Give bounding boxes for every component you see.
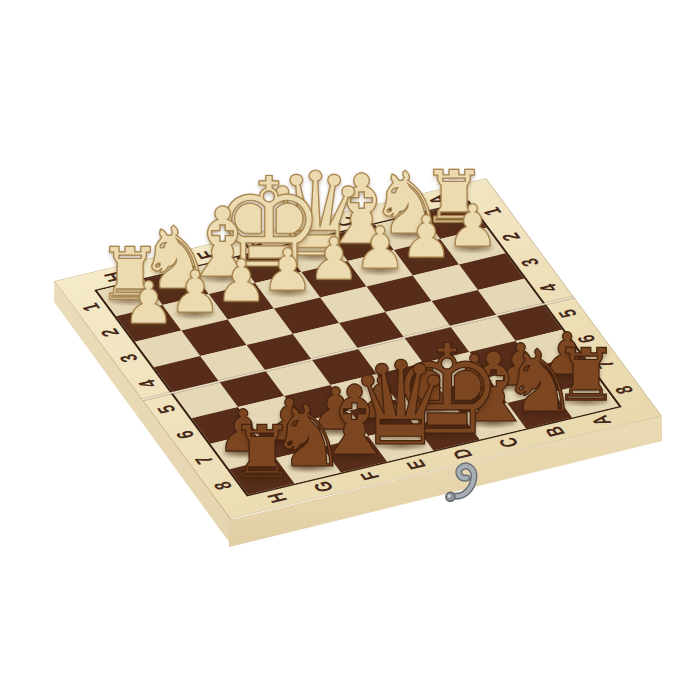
- piece-white-pawn-d2: ♟: [308, 231, 360, 289]
- piece-white-pawn-h2: ♟: [123, 275, 175, 333]
- piece-white-pawn-g2: ♟: [169, 264, 221, 322]
- piece-white-pawn-a2: ♟: [447, 197, 499, 255]
- piece-white-pawn-c2: ♟: [354, 219, 406, 277]
- piece-white-pawn-f2: ♟: [215, 253, 267, 311]
- piece-black-rook-h8: ♜: [230, 416, 295, 488]
- pieces-layer: ♜♞♝♚♛♝♞♜♟♟♟♟♟♟♟♟♟♟♟♟♟♟♟♟♜♞♝♛♚♝♞♜: [0, 0, 700, 700]
- chess-set-photo: 1122334455667788HHGGFFEEDDCCBBAA ♜♞♝♚♛♝♞…: [0, 0, 700, 700]
- piece-white-pawn-b2: ♟: [401, 208, 453, 266]
- piece-white-pawn-e2: ♟: [262, 242, 314, 300]
